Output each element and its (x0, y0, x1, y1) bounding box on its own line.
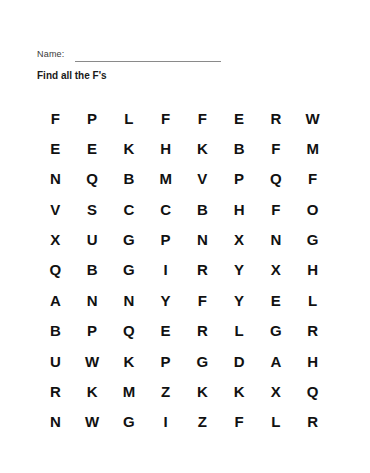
grid-cell[interactable]: N (184, 224, 221, 254)
grid-cell[interactable]: H (294, 255, 331, 285)
grid-cell[interactable]: P (74, 316, 111, 346)
grid-cell[interactable]: K (221, 376, 258, 406)
grid-cell[interactable]: R (37, 376, 74, 406)
grid-cell[interactable]: F (221, 407, 258, 437)
grid-cell[interactable]: F (258, 194, 295, 224)
grid-cell[interactable]: X (37, 224, 74, 254)
grid-cell[interactable]: F (184, 285, 221, 315)
grid-cell[interactable]: C (111, 194, 148, 224)
grid-cell[interactable]: R (294, 316, 331, 346)
grid-cell[interactable]: Q (294, 376, 331, 406)
grid-cell[interactable]: E (258, 285, 295, 315)
grid-cell[interactable]: Q (74, 164, 111, 194)
grid-cell[interactable]: V (37, 194, 74, 224)
grid-cell[interactable]: B (221, 133, 258, 163)
grid-cell[interactable]: P (147, 224, 184, 254)
grid-cell[interactable]: K (111, 346, 148, 376)
worksheet-page: Name: Find all the F's FPLFFERWEEKHKBFMN… (0, 0, 370, 473)
grid-cell[interactable]: L (111, 103, 148, 133)
grid-cell[interactable]: G (111, 255, 148, 285)
grid-cell[interactable]: E (221, 103, 258, 133)
grid-cell[interactable]: Y (221, 255, 258, 285)
grid-cell[interactable]: N (37, 164, 74, 194)
grid-cell[interactable]: F (258, 133, 295, 163)
grid-cell[interactable]: Z (184, 407, 221, 437)
grid-cell[interactable]: E (37, 133, 74, 163)
grid-cell[interactable]: D (221, 346, 258, 376)
grid-cell[interactable]: G (258, 316, 295, 346)
grid-cell[interactable]: W (74, 346, 111, 376)
grid-cell[interactable]: X (258, 255, 295, 285)
letter-grid: FPLFFERWEEKHKBFMNQBMVPQFVSCCBHFOXUGPNXNG… (37, 103, 331, 437)
grid-cell[interactable]: B (37, 316, 74, 346)
grid-cell[interactable]: G (294, 224, 331, 254)
grid-cell[interactable]: P (147, 346, 184, 376)
grid-cell[interactable]: K (184, 376, 221, 406)
grid-cell[interactable]: H (147, 133, 184, 163)
grid-cell[interactable]: H (221, 194, 258, 224)
grid-cell[interactable]: G (184, 346, 221, 376)
grid-cell[interactable]: R (184, 255, 221, 285)
grid-cell[interactable]: B (74, 255, 111, 285)
grid-cell[interactable]: H (294, 346, 331, 376)
grid-cell[interactable]: S (74, 194, 111, 224)
grid-cell[interactable]: A (258, 346, 295, 376)
grid-cell[interactable]: Y (147, 285, 184, 315)
grid-cell[interactable]: U (37, 346, 74, 376)
puzzle-instruction: Find all the F's (37, 70, 107, 81)
grid-cell[interactable]: M (294, 133, 331, 163)
grid-cell[interactable]: L (294, 285, 331, 315)
grid-cell[interactable]: M (111, 376, 148, 406)
grid-cell[interactable]: K (74, 376, 111, 406)
grid-cell[interactable]: B (111, 164, 148, 194)
grid-cell[interactable]: Q (37, 255, 74, 285)
grid-cell[interactable]: R (184, 316, 221, 346)
grid-cell[interactable]: B (184, 194, 221, 224)
grid-cell[interactable]: N (74, 285, 111, 315)
grid-cell[interactable]: C (147, 194, 184, 224)
grid-cell[interactable]: Z (147, 376, 184, 406)
grid-cell[interactable]: K (111, 133, 148, 163)
grid-cell[interactable]: U (74, 224, 111, 254)
grid-cell[interactable]: F (147, 103, 184, 133)
grid-cell[interactable]: P (221, 164, 258, 194)
grid-cell[interactable]: V (184, 164, 221, 194)
grid-cell[interactable]: F (294, 164, 331, 194)
grid-cell[interactable]: G (111, 407, 148, 437)
grid-cell[interactable]: R (294, 407, 331, 437)
grid-cell[interactable]: M (147, 164, 184, 194)
grid-cell[interactable]: R (258, 103, 295, 133)
grid-cell[interactable]: F (184, 103, 221, 133)
grid-cell[interactable]: X (258, 376, 295, 406)
grid-cell[interactable]: P (74, 103, 111, 133)
grid-cell[interactable]: K (184, 133, 221, 163)
grid-cell[interactable]: N (37, 407, 74, 437)
grid-cell[interactable]: O (294, 194, 331, 224)
grid-cell[interactable]: L (258, 407, 295, 437)
grid-cell[interactable]: L (221, 316, 258, 346)
grid-cell[interactable]: I (147, 255, 184, 285)
grid-cell[interactable]: G (111, 224, 148, 254)
grid-cell[interactable]: N (111, 285, 148, 315)
grid-cell[interactable]: N (258, 224, 295, 254)
grid-cell[interactable]: I (147, 407, 184, 437)
grid-cell[interactable]: W (294, 103, 331, 133)
grid-cell[interactable]: E (74, 133, 111, 163)
name-input-line[interactable] (75, 48, 221, 62)
grid-cell[interactable]: Q (111, 316, 148, 346)
grid-cell[interactable]: E (147, 316, 184, 346)
grid-cell[interactable]: A (37, 285, 74, 315)
grid-cell[interactable]: Y (221, 285, 258, 315)
grid-cell[interactable]: W (74, 407, 111, 437)
grid-cell[interactable]: Q (258, 164, 295, 194)
grid-cell[interactable]: X (221, 224, 258, 254)
name-label: Name: (37, 49, 65, 59)
grid-cell[interactable]: F (37, 103, 74, 133)
